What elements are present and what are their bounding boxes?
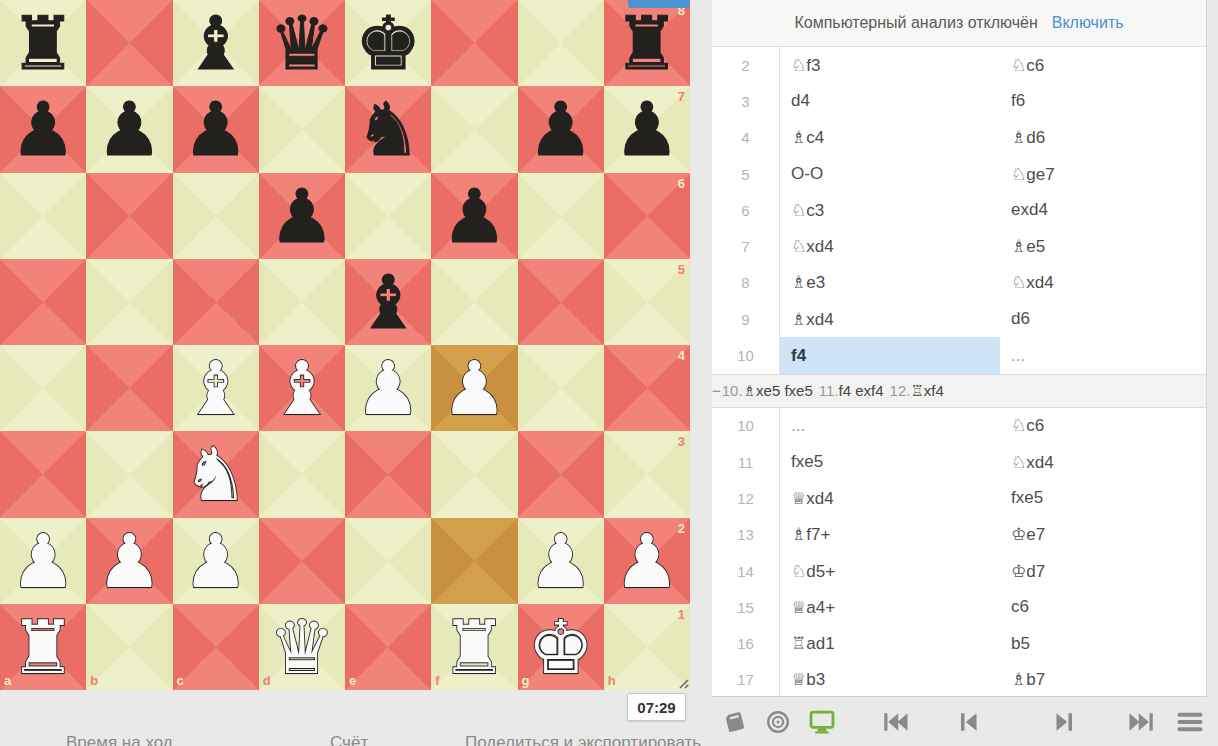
square-d7[interactable]: [259, 86, 345, 172]
file-label-b: b: [90, 674, 98, 687]
step-back-button[interactable]: [951, 705, 985, 739]
black-move-7[interactable]: ♗e5: [1000, 228, 1206, 264]
move-row-10: 10f4...: [712, 337, 1206, 373]
square-b3[interactable]: [86, 431, 172, 517]
analysis-panel: Компьютерный анализ отключён Включить 2♘…: [712, 0, 1207, 697]
white-move-14[interactable]: ♘d5+: [780, 553, 1000, 589]
skip-to-end-button[interactable]: [1125, 705, 1159, 739]
square-g8[interactable]: [518, 0, 604, 86]
black-move-11[interactable]: ♘xd4: [1000, 444, 1206, 480]
square-h3[interactable]: 3: [604, 431, 690, 517]
white-move-7[interactable]: ♘xd4: [780, 228, 1000, 264]
square-g2[interactable]: ♟: [518, 518, 604, 604]
square-e3[interactable]: [345, 431, 431, 517]
square-a2[interactable]: ♟: [0, 518, 86, 604]
move-number: 13: [712, 517, 780, 553]
black-rook-a8: ♜: [10, 0, 76, 86]
square-d2[interactable]: [259, 518, 345, 604]
square-d8[interactable]: ♛: [259, 0, 345, 86]
square-f4[interactable]: ♟: [431, 345, 517, 431]
black-bishop-e5: ♝: [355, 259, 421, 345]
square-g5[interactable]: [518, 259, 604, 345]
black-move-13[interactable]: ♔e7: [1000, 517, 1206, 553]
file-label-c: c: [177, 674, 184, 687]
white-move-17[interactable]: ♕b3: [780, 662, 1000, 698]
move-row-17: 17♕b3♗b7: [712, 662, 1206, 698]
square-c3[interactable]: ♞: [173, 431, 259, 517]
black-move-9[interactable]: d6: [1000, 301, 1206, 337]
white-pawn-g2: ♟: [527, 518, 593, 604]
square-a4[interactable]: [0, 345, 86, 431]
square-a1[interactable]: ♜a: [0, 604, 86, 690]
white-move-8[interactable]: ♗e3: [780, 265, 1000, 301]
move-row-10: 10...♘c6: [712, 408, 1206, 444]
square-h2[interactable]: ♟2: [604, 518, 690, 604]
footer-label-time-per-move: Время на ход: [66, 733, 173, 746]
black-pawn-h7: ♟: [614, 86, 680, 172]
square-f3[interactable]: [431, 431, 517, 517]
white-king-g1: ♚: [527, 604, 593, 690]
move-number: 11: [712, 444, 780, 480]
square-g4[interactable]: [518, 345, 604, 431]
white-move-9[interactable]: ♗xd4: [780, 301, 1000, 337]
analysis-status-text: Компьютерный анализ отключён: [794, 14, 1037, 32]
square-f2[interactable]: [431, 518, 517, 604]
black-move-5[interactable]: ♘ge7: [1000, 156, 1206, 192]
move-row-13: 13♗f7+♔e7: [712, 517, 1206, 553]
white-move-10[interactable]: ...: [780, 408, 1000, 444]
square-g7[interactable]: ♟: [518, 86, 604, 172]
rank-label-2: 2: [678, 522, 685, 535]
square-a3[interactable]: [0, 431, 86, 517]
board-screen-icon: [808, 708, 836, 736]
footer-label-share-export: Поделиться и экспортировать: [465, 733, 701, 746]
square-h5[interactable]: 5: [604, 259, 690, 345]
app-window: ♜♝♛♚♜8♟♟♟♞♟♟7♟♟6♝5♝♝♟♟4♞3♟♟♟♟♟2♜abc♛de♜f…: [0, 0, 1218, 746]
white-move-5[interactable]: O-O: [780, 156, 1000, 192]
black-pawn-d6: ♟: [269, 173, 335, 259]
move-clock: 07:29: [627, 693, 686, 721]
move-row-15: 15♕a4+c6: [712, 589, 1206, 625]
square-e8[interactable]: ♚: [345, 0, 431, 86]
white-pawn-f4: ♟: [441, 345, 507, 431]
move-number: 3: [712, 83, 780, 119]
black-move-17[interactable]: ♗b7: [1000, 662, 1206, 698]
file-label-g: g: [522, 674, 530, 687]
file-label-e: e: [349, 674, 356, 687]
rank-label-6: 6: [678, 177, 685, 190]
black-rook-h8: ♜: [614, 0, 680, 86]
square-h4[interactable]: 4: [604, 345, 690, 431]
white-move-15[interactable]: ♕a4+: [780, 589, 1000, 625]
footer-label-score: Счёт: [330, 733, 368, 746]
black-queen-d8: ♛: [269, 0, 335, 86]
square-d6[interactable]: ♟: [259, 173, 345, 259]
file-label-d: d: [263, 674, 271, 687]
black-pawn-b7: ♟: [96, 86, 162, 172]
menu-button[interactable]: [1173, 705, 1207, 739]
square-e2[interactable]: [345, 518, 431, 604]
move-number: 2: [712, 47, 780, 83]
move-row-8: 8♗e3♘xd4: [712, 265, 1206, 301]
square-f7[interactable]: [431, 86, 517, 172]
move-number: 4: [712, 120, 780, 156]
target-button[interactable]: [761, 705, 795, 739]
square-b6[interactable]: [86, 173, 172, 259]
move-row-7: 7♘xd4♗e5: [712, 228, 1206, 264]
rank-label-3: 3: [678, 435, 685, 448]
white-pawn-c2: ♟: [182, 518, 248, 604]
black-pawn-c7: ♟: [182, 86, 248, 172]
white-move-3[interactable]: d4: [780, 83, 1000, 119]
black-move-3[interactable]: f6: [1000, 83, 1206, 119]
square-a7[interactable]: ♟: [0, 86, 86, 172]
target-icon: [765, 709, 791, 735]
square-b4[interactable]: [86, 345, 172, 431]
move-row-6: 6♘c3exd4: [712, 192, 1206, 228]
board-resize-handle[interactable]: [674, 674, 690, 690]
black-move-8[interactable]: ♘xd4: [1000, 265, 1206, 301]
move-number: 8: [712, 265, 780, 301]
move-row-12: 12♕xd4fxe5: [712, 480, 1206, 516]
skip-to-end-icon: [1127, 707, 1157, 737]
variation-moves: ♖xf4: [910, 382, 943, 400]
black-pawn-g7: ♟: [527, 86, 593, 172]
board-screen-button[interactable]: [805, 705, 839, 739]
white-move-2[interactable]: ♘f3: [780, 47, 1000, 83]
white-pawn-h2: ♟: [614, 518, 680, 604]
square-b5[interactable]: [86, 259, 172, 345]
square-f8[interactable]: [431, 0, 517, 86]
move-row-2: 2♘f3♘c6: [712, 47, 1206, 83]
square-c4[interactable]: ♝: [173, 345, 259, 431]
square-h6[interactable]: 6: [604, 173, 690, 259]
square-e6[interactable]: [345, 173, 431, 259]
move-number: 14: [712, 553, 780, 589]
file-label-a: a: [4, 674, 11, 687]
white-move-13[interactable]: ♗f7+: [780, 517, 1000, 553]
square-d1[interactable]: ♛d: [259, 604, 345, 690]
move-row-14: 14♘d5+♔d7: [712, 553, 1206, 589]
rank-label-1: 1: [678, 608, 685, 621]
white-move-12[interactable]: ♕xd4: [780, 480, 1000, 516]
square-b7[interactable]: ♟: [86, 86, 172, 172]
step-back-icon: [953, 707, 983, 737]
square-g6[interactable]: [518, 173, 604, 259]
move-number: 6: [712, 192, 780, 228]
black-bishop-c8: ♝: [182, 0, 248, 86]
chess-board[interactable]: ♜♝♛♚♜8♟♟♟♞♟♟7♟♟6♝5♝♝♟♟4♞3♟♟♟♟♟2♜abc♛de♜f…: [0, 0, 690, 690]
black-king-e8: ♚: [355, 0, 421, 86]
opponent-clock-badge: [628, 0, 690, 8]
move-number: 10: [712, 408, 780, 444]
square-e7[interactable]: ♞: [345, 86, 431, 172]
square-e4[interactable]: ♟: [345, 345, 431, 431]
square-c2[interactable]: ♟: [173, 518, 259, 604]
white-move-16[interactable]: ♖ad1: [780, 625, 1000, 661]
collapse-variation-icon[interactable]: −: [712, 382, 721, 399]
move-number: 10: [712, 337, 780, 373]
file-label-f: f: [435, 674, 439, 687]
computer-analysis-bar: Компьютерный анализ отключён Включить: [712, 0, 1206, 47]
opening-book-button[interactable]: [718, 705, 752, 739]
black-move-4[interactable]: ♗d6: [1000, 120, 1206, 156]
square-e5[interactable]: ♝: [345, 259, 431, 345]
square-a8[interactable]: ♜: [0, 0, 86, 86]
white-queen-d1: ♛: [269, 604, 335, 690]
black-move-10[interactable]: ♘c6: [1000, 408, 1206, 444]
move-row-16: 16♖ad1b5: [712, 625, 1206, 661]
move-number: 5: [712, 156, 780, 192]
white-knight-c3: ♞: [182, 431, 248, 517]
move-number: 16: [712, 625, 780, 661]
square-c1[interactable]: c: [173, 604, 259, 690]
square-c7[interactable]: ♟: [173, 86, 259, 172]
step-forward-button[interactable]: [1048, 705, 1082, 739]
white-bishop-d4: ♝: [269, 345, 335, 431]
skip-to-start-icon: [880, 707, 910, 737]
white-pawn-b2: ♟: [96, 518, 162, 604]
black-move-15[interactable]: c6: [1000, 589, 1206, 625]
square-d5[interactable]: [259, 259, 345, 345]
square-b2[interactable]: ♟: [86, 518, 172, 604]
square-g1[interactable]: ♚g: [518, 604, 604, 690]
opening-book-icon: [722, 709, 748, 735]
black-move-16[interactable]: b5: [1000, 625, 1206, 661]
black-move-12[interactable]: fxe5: [1000, 480, 1206, 516]
square-a6[interactable]: [0, 173, 86, 259]
white-move-6[interactable]: ♘c3: [780, 192, 1000, 228]
move-number: 17: [712, 662, 780, 698]
variation-move-number: 11.: [819, 382, 839, 399]
black-pawn-a7: ♟: [10, 86, 76, 172]
square-h8[interactable]: ♜8: [604, 0, 690, 86]
move-number: 15: [712, 589, 780, 625]
white-move-11[interactable]: fxe5: [780, 444, 1000, 480]
move-row-9: 9♗xd4d6: [712, 301, 1206, 337]
square-b8[interactable]: [86, 0, 172, 86]
rank-label-7: 7: [678, 90, 685, 103]
move-row-11: 11fxe5♘xd4: [712, 444, 1206, 480]
variation-moves: ♗xe5 fxe5: [743, 382, 813, 400]
black-knight-e7: ♞: [355, 86, 421, 172]
move-list: 2♘f3♘c63d4f64♗c4♗d65O-O♘ge76♘c3exd47♘xd4…: [712, 47, 1206, 698]
move-number: 7: [712, 228, 780, 264]
black-move-10[interactable]: ...: [1000, 337, 1206, 373]
square-a5[interactable]: [0, 259, 86, 345]
white-rook-f1: ♜: [441, 604, 507, 690]
rank-label-5: 5: [678, 263, 685, 276]
enable-analysis-link[interactable]: Включить: [1052, 14, 1124, 32]
move-row-5: 5O-O♘ge7: [712, 156, 1206, 192]
square-c5[interactable]: [173, 259, 259, 345]
variation-preview[interactable]: −10.♗xe5 fxe511.f4 exf412.♖xf4: [712, 374, 1206, 408]
white-pawn-e4: ♟: [355, 345, 421, 431]
square-c6[interactable]: [173, 173, 259, 259]
step-forward-icon: [1050, 707, 1080, 737]
variation-move-number: 10.: [722, 382, 743, 399]
square-g3[interactable]: [518, 431, 604, 517]
square-f5[interactable]: [431, 259, 517, 345]
white-move-4[interactable]: ♗c4: [780, 120, 1000, 156]
move-number: 12: [712, 480, 780, 516]
black-pawn-f6: ♟: [441, 173, 507, 259]
black-move-2[interactable]: ♘c6: [1000, 47, 1206, 83]
white-bishop-c4: ♝: [182, 345, 248, 431]
file-label-h: h: [608, 674, 616, 687]
black-move-14[interactable]: ♔d7: [1000, 553, 1206, 589]
square-e1[interactable]: e: [345, 604, 431, 690]
square-d4[interactable]: ♝: [259, 345, 345, 431]
white-pawn-a2: ♟: [10, 518, 76, 604]
variation-moves: f4 exf4: [839, 382, 884, 399]
move-row-3: 3d4f6: [712, 83, 1206, 119]
move-row-4: 4♗c4♗d6: [712, 120, 1206, 156]
white-move-10[interactable]: f4: [780, 337, 1000, 373]
variation-move-number: 12.: [890, 382, 911, 399]
skip-to-start-button[interactable]: [878, 705, 912, 739]
black-move-6[interactable]: exd4: [1000, 192, 1206, 228]
square-d3[interactable]: [259, 431, 345, 517]
square-f6[interactable]: ♟: [431, 173, 517, 259]
square-f1[interactable]: ♜f: [431, 604, 517, 690]
square-h7[interactable]: ♟7: [604, 86, 690, 172]
hamburger-menu-icon: [1175, 707, 1205, 737]
square-c8[interactable]: ♝: [173, 0, 259, 86]
move-number: 9: [712, 301, 780, 337]
square-b1[interactable]: b: [86, 604, 172, 690]
white-rook-a1: ♜: [10, 604, 76, 690]
rank-label-4: 4: [678, 349, 685, 362]
